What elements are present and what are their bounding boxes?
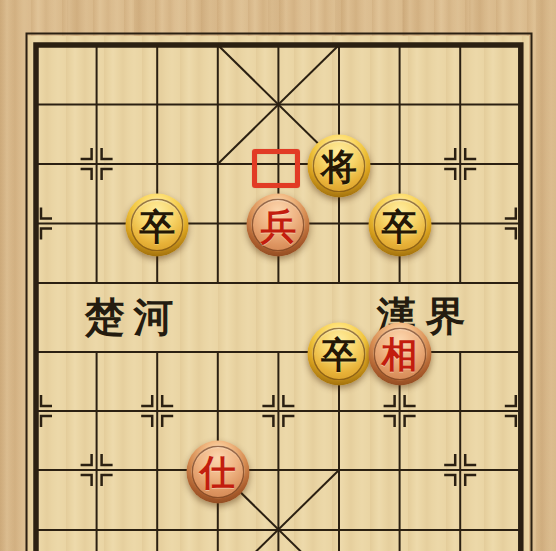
piece-face: 仕 <box>191 445 244 498</box>
piece-face: 卒 <box>313 327 366 380</box>
piece-black-soldier[interactable]: 卒 <box>126 194 189 257</box>
piece-character: 相 <box>382 336 418 372</box>
piece-character: 卒 <box>139 207 175 243</box>
piece-character: 将 <box>321 148 357 184</box>
piece-face: 卒 <box>373 199 426 252</box>
piece-black-soldier[interactable]: 卒 <box>308 322 371 385</box>
board-grid-lines <box>0 0 556 551</box>
move-highlight-square[interactable] <box>252 149 300 188</box>
piece-character: 卒 <box>321 336 357 372</box>
piece-face: 将 <box>313 139 366 192</box>
piece-character: 兵 <box>260 207 296 243</box>
piece-character: 卒 <box>382 207 418 243</box>
river-label-chu-he: 楚河 <box>76 290 183 345</box>
piece-red-advisor[interactable]: 仕 <box>186 440 249 503</box>
piece-black-general[interactable]: 将 <box>308 134 371 197</box>
piece-black-soldier[interactable]: 卒 <box>368 194 431 257</box>
piece-face: 相 <box>373 327 426 380</box>
piece-character: 仕 <box>200 454 236 490</box>
piece-face: 兵 <box>252 199 305 252</box>
piece-red-soldier[interactable]: 兵 <box>247 194 310 257</box>
wood-table-background: 楚河 漢界 将卒兵卒卒相仕 <box>0 0 556 551</box>
piece-red-elephant[interactable]: 相 <box>368 322 431 385</box>
piece-face: 卒 <box>131 199 184 252</box>
